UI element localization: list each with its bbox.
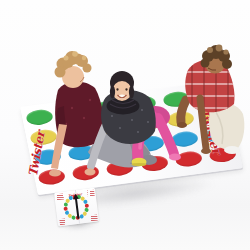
mat-dot-red-3 — [106, 158, 135, 176]
mat-dot-green-4 — [128, 94, 157, 112]
mat-dot-blue-2 — [67, 143, 96, 161]
mat-dot-green-5 — [162, 90, 191, 108]
mat-dot-yellow-2 — [63, 123, 92, 141]
kid-hair — [201, 45, 233, 69]
mat-dot-blue-5 — [170, 130, 199, 148]
mat-dot-yellow-5 — [166, 110, 195, 128]
mat-dot-red-1 — [37, 167, 66, 185]
mat-dot-green-1 — [25, 108, 54, 126]
kid-head — [205, 53, 226, 74]
boy-smile — [80, 77, 84, 82]
kid-smile — [208, 68, 216, 70]
girl-eye-left — [116, 88, 118, 90]
mat-dot-red-5 — [174, 149, 203, 167]
mat-dot-green-6 — [196, 85, 225, 103]
boy-hair-highlight — [64, 51, 87, 60]
mat-dot-yellow-3 — [97, 119, 126, 137]
spinner-corner-art — [59, 218, 67, 225]
scene: Twister Twister — [0, 0, 250, 250]
mat-dot-green-2 — [59, 103, 88, 121]
boy-head — [62, 66, 84, 88]
spinner-card: Twister — [54, 188, 99, 227]
mat-dot-green-3 — [93, 99, 122, 117]
kid-hair-highlight — [207, 45, 229, 55]
mat-dot-blue-3 — [102, 139, 131, 157]
mat-dot-blue-4 — [136, 134, 165, 152]
spinner-corner-art — [90, 214, 98, 221]
mat-dot-red-2 — [71, 163, 100, 181]
boy-hair — [55, 51, 92, 78]
mat-dot-red-4 — [140, 154, 169, 172]
girl-eye-right — [125, 88, 127, 90]
mat-dot-yellow-4 — [132, 114, 161, 132]
